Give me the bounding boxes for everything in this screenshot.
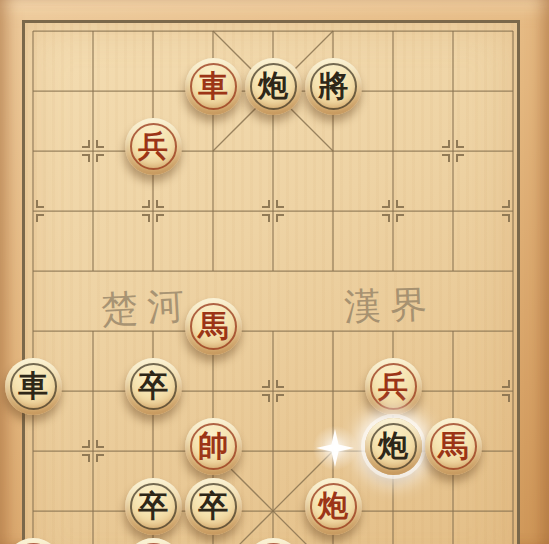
piece-red-horse[interactable]: 馬 <box>425 418 482 475</box>
piece-red-chariot[interactable]: 車 <box>185 58 242 115</box>
piece-red-cannon[interactable]: 炮 <box>305 478 362 535</box>
piece-black-cannon[interactable]: 炮 <box>245 58 302 115</box>
piece-label: 車 <box>5 358 62 415</box>
piece-label: 馬 <box>185 298 242 355</box>
piece-black-chariot[interactable]: 車 <box>5 358 62 415</box>
piece-red-general[interactable]: 帥 <box>185 418 242 475</box>
piece-label: 炮 <box>305 478 362 535</box>
piece-label: 卒 <box>125 358 182 415</box>
piece-black-soldier[interactable]: 卒 <box>125 478 182 535</box>
piece-red-soldier[interactable]: 兵 <box>125 118 182 175</box>
piece-label: 卒 <box>125 478 182 535</box>
piece-label: 炮 <box>365 418 422 475</box>
piece-black-soldier[interactable]: 卒 <box>185 478 242 535</box>
piece-label: 兵 <box>125 118 182 175</box>
piece-label: 卒 <box>185 478 242 535</box>
piece-label: 炮 <box>245 58 302 115</box>
xiangqi-board[interactable]: 楚河 漢界 車炮將兵馬車卒兵帥炮馬卒卒炮 <box>0 0 549 544</box>
piece-label: 將 <box>305 58 362 115</box>
piece-label: 兵 <box>365 358 422 415</box>
river-label-left: 楚河 <box>100 284 194 332</box>
piece-label: 馬 <box>425 418 482 475</box>
piece-black-general[interactable]: 將 <box>305 58 362 115</box>
piece-red-horse[interactable]: 馬 <box>185 298 242 355</box>
river-label-right: 漢界 <box>343 282 436 328</box>
piece-black-soldier[interactable]: 卒 <box>125 358 182 415</box>
piece-black-cannon[interactable]: 炮 <box>365 418 422 475</box>
piece-label: 帥 <box>185 418 242 475</box>
piece-red-soldier[interactable]: 兵 <box>365 358 422 415</box>
piece-label: 車 <box>185 58 242 115</box>
